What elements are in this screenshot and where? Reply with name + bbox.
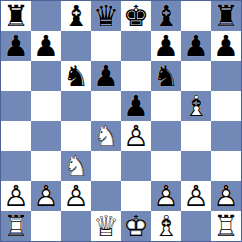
white-rook[interactable]: ♜♖ <box>1 211 31 241</box>
square-h4[interactable] <box>211 121 241 151</box>
black-knight[interactable]: ♞ <box>151 61 181 91</box>
white-rook[interactable]: ♜♖ <box>211 211 241 241</box>
square-a2[interactable]: ♟♙ <box>1 181 31 211</box>
white-pawn[interactable]: ♟♙ <box>211 181 241 211</box>
square-e1[interactable]: ♚♔ <box>121 211 151 241</box>
square-f3[interactable] <box>151 151 181 181</box>
white-knight[interactable]: ♞♘ <box>91 121 121 151</box>
square-e4[interactable]: ♟♙ <box>121 121 151 151</box>
black-pawn[interactable]: ♟ <box>1 31 31 61</box>
square-e2[interactable] <box>121 181 151 211</box>
black-pawn[interactable]: ♟ <box>121 91 151 121</box>
square-e5[interactable]: ♟ <box>121 91 151 121</box>
square-c4[interactable] <box>61 121 91 151</box>
white-pawn[interactable]: ♟♙ <box>121 121 151 151</box>
square-h8[interactable]: ♜ <box>211 1 241 31</box>
square-f5[interactable] <box>151 91 181 121</box>
square-b3[interactable] <box>31 151 61 181</box>
white-king[interactable]: ♚♔ <box>121 211 151 241</box>
square-a4[interactable] <box>1 121 31 151</box>
chess-board: ♜♝♛♚♝♜♟♟♟♟♟♞♟♞♟♝♗♞♘♟♙♞♘♟♙♟♙♟♙♟♙♟♙♟♙♜♖♛♕♚… <box>0 0 242 242</box>
square-h2[interactable]: ♟♙ <box>211 181 241 211</box>
black-knight[interactable]: ♞ <box>61 61 91 91</box>
square-f7[interactable]: ♟ <box>151 31 181 61</box>
square-d5[interactable] <box>91 91 121 121</box>
black-pawn[interactable]: ♟ <box>211 31 241 61</box>
black-bishop[interactable]: ♝ <box>61 1 91 31</box>
square-b4[interactable] <box>31 121 61 151</box>
square-h7[interactable]: ♟ <box>211 31 241 61</box>
square-a1[interactable]: ♜♖ <box>1 211 31 241</box>
square-c6[interactable]: ♞ <box>61 61 91 91</box>
white-pawn[interactable]: ♟♙ <box>181 181 211 211</box>
square-d1[interactable]: ♛♕ <box>91 211 121 241</box>
square-e8[interactable]: ♚ <box>121 1 151 31</box>
black-rook[interactable]: ♜ <box>1 1 31 31</box>
black-pawn[interactable]: ♟ <box>31 31 61 61</box>
square-d2[interactable] <box>91 181 121 211</box>
white-pawn[interactable]: ♟♙ <box>1 181 31 211</box>
square-f6[interactable]: ♞ <box>151 61 181 91</box>
square-b7[interactable]: ♟ <box>31 31 61 61</box>
square-a5[interactable] <box>1 91 31 121</box>
white-queen[interactable]: ♛♕ <box>91 211 121 241</box>
square-d8[interactable]: ♛ <box>91 1 121 31</box>
square-h1[interactable]: ♜♖ <box>211 211 241 241</box>
square-c8[interactable]: ♝ <box>61 1 91 31</box>
square-g1[interactable] <box>181 211 211 241</box>
square-b8[interactable] <box>31 1 61 31</box>
white-pawn[interactable]: ♟♙ <box>31 181 61 211</box>
square-a3[interactable] <box>1 151 31 181</box>
square-g6[interactable] <box>181 61 211 91</box>
square-g2[interactable]: ♟♙ <box>181 181 211 211</box>
white-bishop[interactable]: ♝♗ <box>181 91 211 121</box>
black-king[interactable]: ♚ <box>121 1 151 31</box>
square-b5[interactable] <box>31 91 61 121</box>
square-f2[interactable]: ♟♙ <box>151 181 181 211</box>
square-c7[interactable] <box>61 31 91 61</box>
square-g5[interactable]: ♝♗ <box>181 91 211 121</box>
square-c3[interactable]: ♞♘ <box>61 151 91 181</box>
square-b1[interactable] <box>31 211 61 241</box>
square-f4[interactable] <box>151 121 181 151</box>
square-g7[interactable]: ♟ <box>181 31 211 61</box>
square-b6[interactable] <box>31 61 61 91</box>
white-pawn[interactable]: ♟♙ <box>61 181 91 211</box>
square-d4[interactable]: ♞♘ <box>91 121 121 151</box>
square-e6[interactable] <box>121 61 151 91</box>
square-a8[interactable]: ♜ <box>1 1 31 31</box>
square-c2[interactable]: ♟♙ <box>61 181 91 211</box>
square-d6[interactable]: ♟ <box>91 61 121 91</box>
square-c5[interactable] <box>61 91 91 121</box>
square-f8[interactable]: ♝ <box>151 1 181 31</box>
square-b2[interactable]: ♟♙ <box>31 181 61 211</box>
square-a6[interactable] <box>1 61 31 91</box>
white-knight[interactable]: ♞♘ <box>61 151 91 181</box>
black-pawn[interactable]: ♟ <box>151 31 181 61</box>
white-pawn[interactable]: ♟♙ <box>151 181 181 211</box>
white-bishop[interactable]: ♝♗ <box>151 211 181 241</box>
square-f1[interactable]: ♝♗ <box>151 211 181 241</box>
black-queen[interactable]: ♛ <box>91 1 121 31</box>
square-c1[interactable] <box>61 211 91 241</box>
black-pawn[interactable]: ♟ <box>181 31 211 61</box>
square-h3[interactable] <box>211 151 241 181</box>
square-h6[interactable] <box>211 61 241 91</box>
square-a7[interactable]: ♟ <box>1 31 31 61</box>
black-bishop[interactable]: ♝ <box>151 1 181 31</box>
square-g8[interactable] <box>181 1 211 31</box>
square-h5[interactable] <box>211 91 241 121</box>
black-rook[interactable]: ♜ <box>211 1 241 31</box>
square-e3[interactable] <box>121 151 151 181</box>
square-d3[interactable] <box>91 151 121 181</box>
black-pawn[interactable]: ♟ <box>91 61 121 91</box>
square-e7[interactable] <box>121 31 151 61</box>
square-d7[interactable] <box>91 31 121 61</box>
square-g3[interactable] <box>181 151 211 181</box>
square-g4[interactable] <box>181 121 211 151</box>
